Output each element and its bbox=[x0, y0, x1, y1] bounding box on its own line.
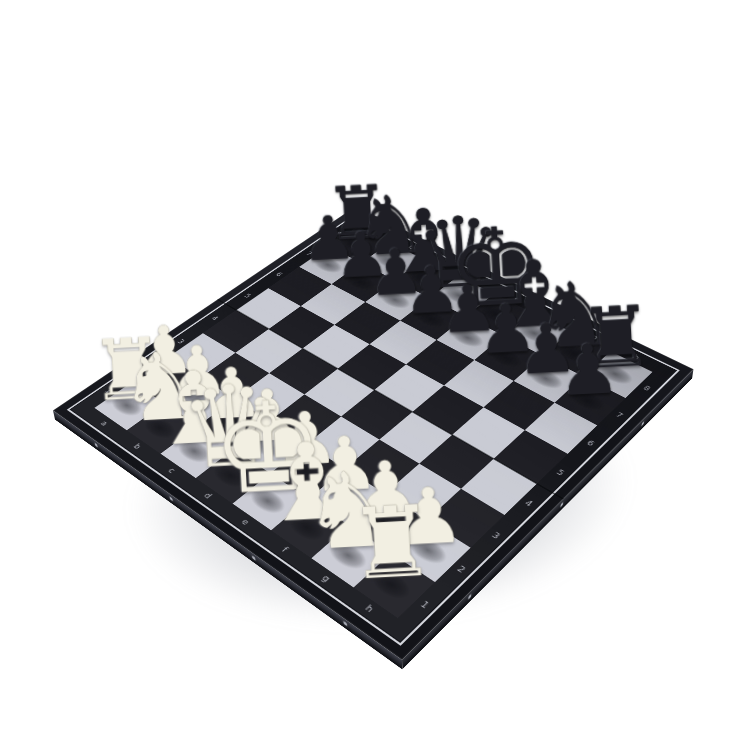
chess-set-photo: aabbccddeeffgghh8877665544332211 ♜♞♝♛♚♝♞… bbox=[0, 0, 750, 750]
pieces-layer: ♜♞♝♛♚♝♞♜♟♟♟♟♟♟♟♟♟♟♟♟♟♟♟♟♜♞♝♛♚♝♞♜ bbox=[53, 207, 693, 660]
frame-stud bbox=[169, 496, 172, 501]
piece-black-pawn-h7[interactable]: ♟ bbox=[532, 328, 644, 403]
frame-stud bbox=[94, 443, 97, 448]
black-pawn-glyph: ♟ bbox=[556, 334, 622, 406]
frame-stud bbox=[344, 621, 348, 626]
frame-stud bbox=[642, 421, 645, 426]
frame-stud bbox=[560, 502, 563, 507]
frame-stud bbox=[468, 594, 471, 600]
white-rook-glyph: ♜ bbox=[346, 491, 439, 593]
chess-board: aabbccddeeffgghh8877665544332211 ♜♞♝♛♚♝♞… bbox=[53, 207, 693, 660]
frame-stud bbox=[252, 556, 255, 561]
piece-white-rook-h1[interactable]: ♜ bbox=[327, 484, 457, 588]
